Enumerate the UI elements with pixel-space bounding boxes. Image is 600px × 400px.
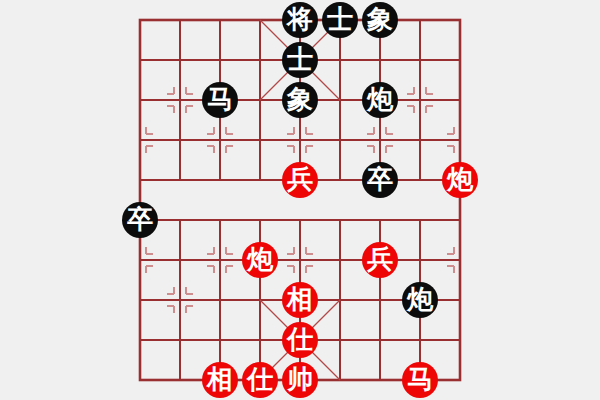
piece-red-cannon-2[interactable]: 炮 (242, 242, 278, 278)
piece-red-elephant-1[interactable]: 相 (282, 282, 318, 318)
red-advisor-1-glyph: 仕 (287, 326, 313, 352)
cell-6-4: 卒 (360, 160, 400, 200)
cell-4-7: 相 (280, 280, 320, 320)
piece-black-soldier-1[interactable]: 卒 (362, 162, 398, 198)
piece-red-soldier-1[interactable]: 兵 (282, 162, 318, 198)
cell-0-5: 卒 (120, 200, 160, 240)
cell-2-2: 马 (200, 80, 240, 120)
cell-4-2: 象 (280, 80, 320, 120)
cell-2-9: 相 (200, 360, 240, 400)
piece-red-cannon-1[interactable]: 炮 (442, 162, 478, 198)
piece-black-elephant-2[interactable]: 象 (282, 82, 318, 118)
cell-4-4: 兵 (280, 160, 320, 200)
cell-7-7: 炮 (400, 280, 440, 320)
black-advisor-1-glyph: 士 (327, 6, 353, 32)
cell-4-0: 将 (280, 0, 320, 40)
black-cannon-1-glyph: 炮 (367, 86, 393, 112)
cell-3-9: 仕 (240, 360, 280, 400)
piece-black-advisor-1[interactable]: 士 (322, 2, 358, 38)
black-cannon-2-glyph: 炮 (407, 286, 433, 312)
xiangqi-board: 将士象士马象炮卒卒炮兵炮炮兵相仕相仕帅马 (0, 0, 600, 400)
red-horse-glyph: 马 (407, 366, 433, 392)
cell-6-2: 炮 (360, 80, 400, 120)
red-cannon-1-glyph: 炮 (447, 166, 473, 192)
piece-red-horse[interactable]: 马 (402, 362, 438, 398)
cell-4-9: 帅 (280, 360, 320, 400)
piece-black-advisor-2[interactable]: 士 (282, 42, 318, 78)
cell-4-8: 仕 (280, 320, 320, 360)
piece-black-soldier-2[interactable]: 卒 (122, 202, 158, 238)
cell-6-6: 兵 (360, 240, 400, 280)
black-soldier-2-glyph: 卒 (127, 206, 153, 232)
pieces-grid[interactable]: 将士象士马象炮卒卒炮兵炮炮兵相仕相仕帅马 (120, 0, 480, 400)
cell-6-0: 象 (360, 0, 400, 40)
cell-5-0: 士 (320, 0, 360, 40)
piece-red-elephant-2[interactable]: 相 (202, 362, 238, 398)
red-elephant-2-glyph: 相 (207, 366, 233, 392)
piece-black-cannon-1[interactable]: 炮 (362, 82, 398, 118)
cell-3-6: 炮 (240, 240, 280, 280)
black-general-glyph: 将 (287, 6, 313, 32)
black-soldier-1-glyph: 卒 (367, 166, 393, 192)
piece-black-horse[interactable]: 马 (202, 82, 238, 118)
cell-4-1: 士 (280, 40, 320, 80)
black-advisor-2-glyph: 士 (287, 46, 313, 72)
piece-red-soldier-2[interactable]: 兵 (362, 242, 398, 278)
piece-red-general[interactable]: 帅 (282, 362, 318, 398)
red-cannon-2-glyph: 炮 (247, 246, 273, 272)
black-horse-glyph: 马 (207, 86, 233, 112)
black-elephant-2-glyph: 象 (287, 86, 313, 112)
red-general-glyph: 帅 (287, 366, 313, 392)
piece-black-elephant-1[interactable]: 象 (362, 2, 398, 38)
black-elephant-1-glyph: 象 (367, 6, 393, 32)
cell-7-9: 马 (400, 360, 440, 400)
red-advisor-2-glyph: 仕 (247, 366, 273, 392)
cell-8-4: 炮 (440, 160, 480, 200)
red-soldier-2-glyph: 兵 (367, 246, 393, 272)
red-elephant-1-glyph: 相 (287, 286, 313, 312)
piece-black-cannon-2[interactable]: 炮 (402, 282, 438, 318)
piece-red-advisor-2[interactable]: 仕 (242, 362, 278, 398)
piece-black-general[interactable]: 将 (282, 2, 318, 38)
red-soldier-1-glyph: 兵 (287, 166, 313, 192)
piece-red-advisor-1[interactable]: 仕 (282, 322, 318, 358)
